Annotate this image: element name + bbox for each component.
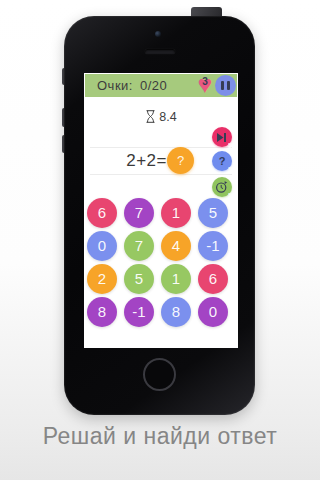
front-camera-icon (155, 31, 161, 37)
grid-cell[interactable]: -1 (198, 231, 228, 261)
grid-cell[interactable]: 0 (87, 231, 117, 261)
grid-cell[interactable]: 1 (161, 264, 191, 294)
hint-button[interactable]: ? 5 (212, 151, 232, 171)
hourglass-icon (145, 110, 156, 123)
add-time-button[interactable]: 5 (212, 177, 232, 197)
timer-value: 8.4 (159, 110, 176, 124)
answer-slot[interactable]: ? (167, 147, 194, 174)
skip-next-icon (217, 133, 227, 142)
caption: Решай и найди ответ (0, 423, 320, 450)
timer: 8.4 (84, 110, 238, 124)
stopwatch-icon (215, 180, 229, 194)
grid-cell[interactable]: 0 (198, 297, 228, 327)
iphone-mockup: Очки: 0/20 ♥ 3 8.4 2+2= ? 5 (64, 16, 255, 415)
grid-cell[interactable]: 6 (198, 264, 228, 294)
app-screen: Очки: 0/20 ♥ 3 8.4 2+2= ? 5 (84, 73, 238, 348)
pause-button[interactable] (215, 75, 236, 96)
pause-icon (227, 81, 230, 90)
add-time-count: 5 (228, 192, 232, 199)
grid-cell[interactable]: 1 (161, 198, 191, 228)
divider (90, 147, 232, 148)
pause-icon (221, 81, 224, 90)
home-button (143, 358, 176, 391)
score-value: 0/20 (140, 78, 167, 93)
score-label: Очки: (97, 78, 133, 93)
divider (90, 174, 232, 175)
skip-count: 5 (228, 142, 232, 149)
grid-cell[interactable]: 5 (124, 264, 154, 294)
answer-placeholder: ? (177, 153, 184, 168)
grid-cell[interactable]: -1 (124, 297, 154, 327)
grid-cell[interactable]: 4 (161, 231, 191, 261)
grid-cell[interactable]: 8 (87, 297, 117, 327)
grid-cell[interactable]: 7 (124, 231, 154, 261)
grid-cell[interactable]: 2 (87, 264, 117, 294)
skip-button[interactable]: 5 (212, 127, 232, 147)
screenshot-root: Очки: 0/20 ♥ 3 8.4 2+2= ? 5 (0, 0, 320, 480)
answer-grid: 6715074-125168-180 (87, 198, 228, 327)
grid-cell[interactable]: 5 (198, 198, 228, 228)
grid-cell[interactable]: 7 (124, 198, 154, 228)
question-text: 2+2= (126, 151, 167, 171)
earpiece-speaker (145, 49, 175, 54)
grid-cell[interactable]: 6 (87, 198, 117, 228)
hint-count: 5 (228, 166, 232, 173)
question-icon: ? (219, 155, 226, 167)
grid-cell[interactable]: 8 (161, 297, 191, 327)
score-bar: Очки: 0/20 ♥ 3 (85, 74, 237, 97)
